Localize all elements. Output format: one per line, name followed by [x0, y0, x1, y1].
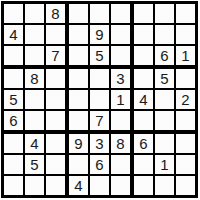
sudoku-block-8: 93864	[69, 134, 130, 195]
cell-r7c6: 8	[111, 134, 130, 153]
cell-r9c2[interactable]	[25, 176, 44, 195]
cell-r6c6[interactable]	[111, 111, 130, 130]
cell-r2c4[interactable]	[69, 25, 88, 44]
cell-r2c9[interactable]	[176, 25, 195, 44]
cell-r6c5: 7	[90, 111, 109, 130]
cell-r5c9: 2	[176, 90, 195, 109]
cell-r7c8[interactable]	[155, 134, 174, 153]
cell-r9c1[interactable]	[4, 176, 23, 195]
cell-r4c3[interactable]	[46, 69, 65, 88]
cell-r5c8[interactable]	[155, 90, 174, 109]
cell-r3c7[interactable]	[134, 46, 153, 65]
cell-r6c4[interactable]	[69, 111, 88, 130]
cell-r5c4[interactable]	[69, 90, 88, 109]
cell-r7c4: 9	[69, 134, 88, 153]
cell-r4c9[interactable]	[176, 69, 195, 88]
cell-r1c4[interactable]	[69, 4, 88, 23]
cell-r4c2: 8	[25, 69, 44, 88]
sudoku-block-3: 61	[134, 4, 195, 65]
cell-r8c4[interactable]	[69, 155, 88, 174]
cell-r1c9[interactable]	[176, 4, 195, 23]
cell-r4c6: 3	[111, 69, 130, 88]
cell-r8c5: 6	[90, 155, 109, 174]
cell-r6c7[interactable]	[134, 111, 153, 130]
cell-r2c8[interactable]	[155, 25, 174, 44]
cell-r7c1[interactable]	[4, 134, 23, 153]
cell-r1c2[interactable]	[25, 4, 44, 23]
cell-r9c9[interactable]	[176, 176, 195, 195]
cell-r3c9: 1	[176, 46, 195, 65]
cell-r6c1: 6	[4, 111, 23, 130]
cell-r2c5: 9	[90, 25, 109, 44]
sudoku-block-4: 856	[4, 69, 65, 130]
cell-r3c8: 6	[155, 46, 174, 65]
cell-r9c8[interactable]	[155, 176, 174, 195]
cell-r1c8[interactable]	[155, 4, 174, 23]
sudoku-block-2: 95	[69, 4, 130, 65]
cell-r2c1: 4	[4, 25, 23, 44]
cell-r8c7[interactable]	[134, 155, 153, 174]
cell-r8c3[interactable]	[46, 155, 65, 174]
cell-r4c4[interactable]	[69, 69, 88, 88]
cell-r7c3[interactable]	[46, 134, 65, 153]
cell-r2c2[interactable]	[25, 25, 44, 44]
sudoku-board: 8479561856317542459386461	[1, 1, 198, 198]
cell-r2c7[interactable]	[134, 25, 153, 44]
cell-r5c1: 5	[4, 90, 23, 109]
cell-r1c5[interactable]	[90, 4, 109, 23]
cell-r9c4: 4	[69, 176, 88, 195]
cell-r3c1[interactable]	[4, 46, 23, 65]
sudoku-block-7: 45	[4, 134, 65, 195]
cell-r4c1[interactable]	[4, 69, 23, 88]
cell-r3c6[interactable]	[111, 46, 130, 65]
cell-r8c9[interactable]	[176, 155, 195, 174]
cell-r9c6[interactable]	[111, 176, 130, 195]
cell-r9c5[interactable]	[90, 176, 109, 195]
cell-r7c2: 4	[25, 134, 44, 153]
cell-r8c8: 1	[155, 155, 174, 174]
cell-r5c5[interactable]	[90, 90, 109, 109]
cell-r1c7[interactable]	[134, 4, 153, 23]
cell-r4c8: 5	[155, 69, 174, 88]
cell-r6c8[interactable]	[155, 111, 174, 130]
cell-r6c2[interactable]	[25, 111, 44, 130]
cell-r2c3[interactable]	[46, 25, 65, 44]
sudoku-block-5: 317	[69, 69, 130, 130]
cell-r4c5[interactable]	[90, 69, 109, 88]
cell-r7c7: 6	[134, 134, 153, 153]
cell-r3c3: 7	[46, 46, 65, 65]
cell-r2c6[interactable]	[111, 25, 130, 44]
cell-r7c5: 3	[90, 134, 109, 153]
cell-r1c1[interactable]	[4, 4, 23, 23]
cell-r5c7: 4	[134, 90, 153, 109]
cell-r3c4[interactable]	[69, 46, 88, 65]
cell-r5c6: 1	[111, 90, 130, 109]
cell-r7c9[interactable]	[176, 134, 195, 153]
cell-r1c6[interactable]	[111, 4, 130, 23]
cell-r8c2: 5	[25, 155, 44, 174]
cell-r6c3[interactable]	[46, 111, 65, 130]
cell-r9c3[interactable]	[46, 176, 65, 195]
cell-r1c3: 8	[46, 4, 65, 23]
cell-r9c7[interactable]	[134, 176, 153, 195]
cell-r3c5: 5	[90, 46, 109, 65]
sudoku-block-6: 542	[134, 69, 195, 130]
cell-r3c2[interactable]	[25, 46, 44, 65]
sudoku-block-9: 61	[134, 134, 195, 195]
cell-r5c2[interactable]	[25, 90, 44, 109]
sudoku-block-1: 847	[4, 4, 65, 65]
cell-r8c1[interactable]	[4, 155, 23, 174]
cell-r6c9[interactable]	[176, 111, 195, 130]
cell-r5c3[interactable]	[46, 90, 65, 109]
cell-r8c6[interactable]	[111, 155, 130, 174]
cell-r4c7[interactable]	[134, 69, 153, 88]
